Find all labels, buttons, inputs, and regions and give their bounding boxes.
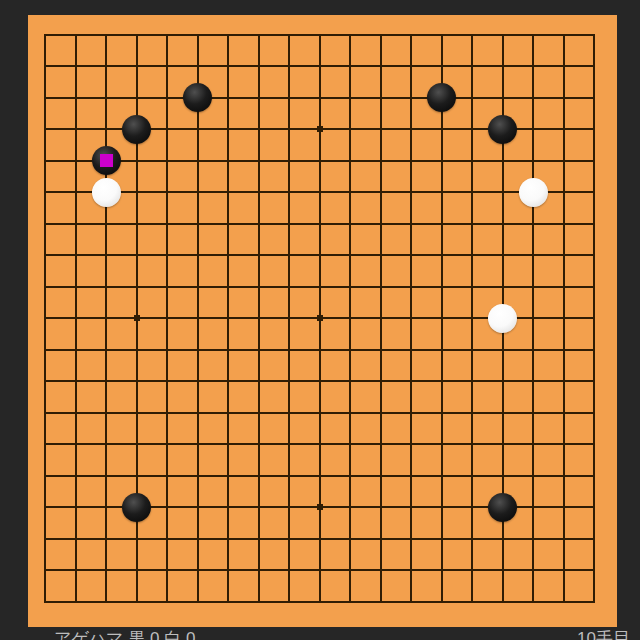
board-intersection[interactable]: [213, 460, 244, 492]
board-intersection[interactable]: [579, 240, 610, 272]
board-intersection[interactable]: [183, 177, 214, 209]
board-intersection[interactable]: [518, 51, 549, 83]
board-intersection[interactable]: [396, 523, 427, 555]
board-intersection[interactable]: [366, 429, 397, 461]
board-intersection[interactable]: [183, 523, 214, 555]
board-intersection[interactable]: [305, 51, 336, 83]
board-intersection[interactable]: [427, 334, 458, 366]
board-intersection[interactable]: [152, 114, 183, 146]
board-intersection[interactable]: [518, 460, 549, 492]
board-intersection[interactable]: [457, 460, 488, 492]
board-intersection[interactable]: [457, 208, 488, 240]
board-intersection[interactable]: [152, 492, 183, 524]
board-intersection[interactable]: [122, 19, 153, 51]
board-intersection[interactable]: [91, 19, 122, 51]
board-intersection[interactable]: [244, 51, 275, 83]
board-intersection[interactable]: [549, 240, 580, 272]
board-intersection[interactable]: [305, 586, 336, 618]
board-intersection[interactable]: [396, 586, 427, 618]
board-intersection[interactable]: [427, 145, 458, 177]
board-intersection[interactable]: [488, 145, 519, 177]
board-intersection[interactable]: [122, 177, 153, 209]
board-intersection[interactable]: [488, 460, 519, 492]
board-intersection[interactable]: [244, 586, 275, 618]
board-intersection[interactable]: [396, 492, 427, 524]
board-intersection[interactable]: [579, 145, 610, 177]
board-intersection[interactable]: [549, 492, 580, 524]
board-intersection[interactable]: [488, 19, 519, 51]
board-intersection[interactable]: [305, 334, 336, 366]
board-intersection[interactable]: [30, 19, 61, 51]
board-intersection[interactable]: [579, 271, 610, 303]
board-intersection[interactable]: [91, 397, 122, 429]
board-intersection[interactable]: [549, 271, 580, 303]
board-intersection[interactable]: [244, 240, 275, 272]
board-intersection[interactable]: [305, 555, 336, 587]
board-intersection[interactable]: [427, 397, 458, 429]
board-intersection[interactable]: [91, 303, 122, 335]
board-intersection[interactable]: [122, 492, 153, 524]
board-intersection[interactable]: [579, 460, 610, 492]
board-intersection[interactable]: [30, 523, 61, 555]
board-intersection[interactable]: [427, 208, 458, 240]
board-intersection[interactable]: [91, 240, 122, 272]
board-intersection[interactable]: [122, 429, 153, 461]
board-intersection[interactable]: [61, 114, 92, 146]
board-intersection[interactable]: [518, 586, 549, 618]
board-intersection[interactable]: [30, 51, 61, 83]
board-intersection[interactable]: [213, 177, 244, 209]
board-intersection[interactable]: [457, 429, 488, 461]
board-intersection[interactable]: [213, 271, 244, 303]
board-intersection[interactable]: [335, 51, 366, 83]
board-intersection[interactable]: [61, 177, 92, 209]
board-intersection[interactable]: [183, 460, 214, 492]
board-intersection[interactable]: [427, 586, 458, 618]
board-intersection[interactable]: [152, 460, 183, 492]
board-intersection[interactable]: [91, 460, 122, 492]
board-intersection[interactable]: [274, 334, 305, 366]
board-intersection[interactable]: [91, 271, 122, 303]
board-intersection[interactable]: [488, 303, 519, 335]
board-intersection[interactable]: [274, 492, 305, 524]
board-intersection[interactable]: [61, 492, 92, 524]
board-intersection[interactable]: [122, 145, 153, 177]
board-intersection[interactable]: [366, 145, 397, 177]
board-intersection[interactable]: [427, 492, 458, 524]
board-intersection[interactable]: [335, 19, 366, 51]
board-intersection[interactable]: [152, 555, 183, 587]
board-intersection[interactable]: [335, 586, 366, 618]
board-intersection[interactable]: [152, 82, 183, 114]
board-intersection[interactable]: [549, 114, 580, 146]
board-intersection[interactable]: [427, 366, 458, 398]
board-intersection[interactable]: [122, 334, 153, 366]
board-intersection[interactable]: [244, 555, 275, 587]
board-intersection[interactable]: [579, 51, 610, 83]
board-intersection[interactable]: [579, 555, 610, 587]
board-intersection[interactable]: [427, 82, 458, 114]
board-intersection[interactable]: [335, 397, 366, 429]
board-intersection[interactable]: [244, 114, 275, 146]
board-intersection[interactable]: [122, 208, 153, 240]
board-intersection[interactable]: [579, 586, 610, 618]
board-intersection[interactable]: [335, 334, 366, 366]
board-intersection[interactable]: [30, 334, 61, 366]
board-intersection[interactable]: [274, 19, 305, 51]
board-intersection[interactable]: [213, 145, 244, 177]
board-intersection[interactable]: [549, 19, 580, 51]
board-intersection[interactable]: [366, 82, 397, 114]
board-intersection[interactable]: [305, 19, 336, 51]
board-intersection[interactable]: [335, 114, 366, 146]
board-intersection[interactable]: [152, 271, 183, 303]
board-intersection[interactable]: [305, 523, 336, 555]
board-intersection[interactable]: [488, 523, 519, 555]
board-intersection[interactable]: [549, 586, 580, 618]
board-intersection[interactable]: [488, 177, 519, 209]
board-intersection[interactable]: [488, 208, 519, 240]
board-intersection[interactable]: [305, 271, 336, 303]
board-intersection[interactable]: [396, 334, 427, 366]
board-intersection[interactable]: [427, 240, 458, 272]
board-intersection[interactable]: [396, 397, 427, 429]
board-intersection[interactable]: [122, 523, 153, 555]
board-intersection[interactable]: [30, 586, 61, 618]
board-intersection[interactable]: [366, 51, 397, 83]
board-intersection[interactable]: [518, 114, 549, 146]
board-intersection[interactable]: [91, 523, 122, 555]
board-intersection[interactable]: [213, 586, 244, 618]
board-intersection[interactable]: [152, 397, 183, 429]
board-intersection[interactable]: [427, 523, 458, 555]
board-intersection[interactable]: [61, 334, 92, 366]
board-intersection[interactable]: [427, 114, 458, 146]
board-intersection[interactable]: [488, 555, 519, 587]
board-intersection[interactable]: [274, 429, 305, 461]
board-intersection[interactable]: [213, 523, 244, 555]
board-intersection[interactable]: [213, 492, 244, 524]
board-intersection[interactable]: [244, 145, 275, 177]
board-intersection[interactable]: [274, 586, 305, 618]
board-intersection[interactable]: [396, 271, 427, 303]
board-intersection[interactable]: [274, 397, 305, 429]
board-intersection[interactable]: [366, 492, 397, 524]
board-intersection[interactable]: [91, 114, 122, 146]
board-intersection[interactable]: [213, 334, 244, 366]
board-intersection[interactable]: [396, 51, 427, 83]
board-intersection[interactable]: [396, 460, 427, 492]
board-intersection[interactable]: [457, 586, 488, 618]
board-intersection[interactable]: [549, 397, 580, 429]
board-intersection[interactable]: [91, 366, 122, 398]
board-intersection[interactable]: [213, 51, 244, 83]
board-intersection[interactable]: [30, 177, 61, 209]
board-intersection[interactable]: [518, 208, 549, 240]
board-intersection[interactable]: [427, 271, 458, 303]
board-intersection[interactable]: [518, 523, 549, 555]
board-intersection[interactable]: [213, 303, 244, 335]
board-intersection[interactable]: [244, 366, 275, 398]
board-intersection[interactable]: [396, 366, 427, 398]
board-intersection[interactable]: [335, 271, 366, 303]
board-intersection[interactable]: [61, 586, 92, 618]
board-intersection[interactable]: [518, 555, 549, 587]
board-intersection[interactable]: [488, 397, 519, 429]
board-intersection[interactable]: [61, 555, 92, 587]
board-intersection[interactable]: [61, 460, 92, 492]
board-intersection[interactable]: [183, 208, 214, 240]
board-intersection[interactable]: [30, 271, 61, 303]
board-intersection[interactable]: [457, 397, 488, 429]
board-intersection[interactable]: [152, 177, 183, 209]
board-intersection[interactable]: [396, 208, 427, 240]
board-intersection[interactable]: [122, 366, 153, 398]
board-intersection[interactable]: [549, 51, 580, 83]
board-intersection[interactable]: [488, 271, 519, 303]
board-intersection[interactable]: [457, 51, 488, 83]
board-intersection[interactable]: [457, 145, 488, 177]
board-intersection[interactable]: [518, 82, 549, 114]
board-intersection[interactable]: [244, 523, 275, 555]
board-intersection[interactable]: [396, 82, 427, 114]
board-intersection[interactable]: [152, 240, 183, 272]
board-intersection[interactable]: [91, 492, 122, 524]
board-intersection[interactable]: [122, 240, 153, 272]
board-intersection[interactable]: [152, 366, 183, 398]
board-intersection[interactable]: [213, 397, 244, 429]
board-intersection[interactable]: [366, 523, 397, 555]
board-intersection[interactable]: [335, 303, 366, 335]
board-intersection[interactable]: [488, 586, 519, 618]
board-intersection[interactable]: [213, 82, 244, 114]
board-intersection[interactable]: [274, 177, 305, 209]
board-intersection[interactable]: [122, 303, 153, 335]
board-intersection[interactable]: [579, 492, 610, 524]
board-intersection[interactable]: [366, 555, 397, 587]
board-intersection[interactable]: [579, 303, 610, 335]
board-intersection[interactable]: [549, 334, 580, 366]
board-intersection[interactable]: [183, 51, 214, 83]
board-intersection[interactable]: [457, 555, 488, 587]
board-intersection[interactable]: [579, 523, 610, 555]
board-intersection[interactable]: [274, 51, 305, 83]
board-intersection[interactable]: [579, 208, 610, 240]
board-intersection[interactable]: [579, 177, 610, 209]
board-intersection[interactable]: [305, 303, 336, 335]
board-intersection[interactable]: [152, 51, 183, 83]
board-intersection[interactable]: [335, 555, 366, 587]
board-intersection[interactable]: [61, 240, 92, 272]
board-intersection[interactable]: [549, 429, 580, 461]
board-intersection[interactable]: [488, 334, 519, 366]
board-intersection[interactable]: [152, 208, 183, 240]
board-intersection[interactable]: [274, 271, 305, 303]
board-intersection[interactable]: [579, 397, 610, 429]
board-intersection[interactable]: [30, 492, 61, 524]
board-intersection[interactable]: [183, 334, 214, 366]
board-intersection[interactable]: [549, 177, 580, 209]
board-intersection[interactable]: [488, 429, 519, 461]
board-intersection[interactable]: [274, 145, 305, 177]
board-intersection[interactable]: [305, 114, 336, 146]
board-intersection[interactable]: [396, 145, 427, 177]
board-intersection[interactable]: [122, 82, 153, 114]
board-intersection[interactable]: [30, 366, 61, 398]
board-intersection[interactable]: [244, 429, 275, 461]
board-intersection[interactable]: [549, 82, 580, 114]
board-intersection[interactable]: [183, 492, 214, 524]
board-intersection[interactable]: [91, 334, 122, 366]
board-intersection[interactable]: [274, 460, 305, 492]
board-intersection[interactable]: [366, 397, 397, 429]
board-intersection[interactable]: [427, 177, 458, 209]
board-intersection[interactable]: [152, 429, 183, 461]
board-intersection[interactable]: [61, 366, 92, 398]
board-intersection[interactable]: [305, 429, 336, 461]
board-intersection[interactable]: [183, 240, 214, 272]
board-intersection[interactable]: [91, 586, 122, 618]
board-intersection[interactable]: [335, 366, 366, 398]
board-intersection[interactable]: [152, 303, 183, 335]
board-intersection[interactable]: [457, 240, 488, 272]
board-intersection[interactable]: [488, 366, 519, 398]
board-intersection[interactable]: [244, 460, 275, 492]
board-intersection[interactable]: [457, 366, 488, 398]
board-intersection[interactable]: [244, 334, 275, 366]
board-intersection[interactable]: [579, 366, 610, 398]
board-intersection[interactable]: [579, 82, 610, 114]
board-intersection[interactable]: [213, 240, 244, 272]
board-intersection[interactable]: [30, 429, 61, 461]
board-intersection[interactable]: [305, 177, 336, 209]
board-intersection[interactable]: [457, 82, 488, 114]
board-intersection[interactable]: [305, 145, 336, 177]
board-intersection[interactable]: [518, 177, 549, 209]
board-intersection[interactable]: [579, 334, 610, 366]
board-intersection[interactable]: [396, 429, 427, 461]
board-intersection[interactable]: [152, 523, 183, 555]
board-intersection[interactable]: [61, 429, 92, 461]
board-intersection[interactable]: [183, 397, 214, 429]
board-intersection[interactable]: [305, 366, 336, 398]
board-intersection[interactable]: [396, 240, 427, 272]
board-intersection[interactable]: [244, 19, 275, 51]
board-intersection[interactable]: [274, 208, 305, 240]
board-intersection[interactable]: [274, 366, 305, 398]
board-intersection[interactable]: [91, 177, 122, 209]
board-intersection[interactable]: [244, 397, 275, 429]
board-intersection[interactable]: [335, 145, 366, 177]
board-intersection[interactable]: [488, 240, 519, 272]
board-intersection[interactable]: [30, 397, 61, 429]
board-intersection[interactable]: [305, 397, 336, 429]
board-intersection[interactable]: [305, 208, 336, 240]
board-intersection[interactable]: [579, 429, 610, 461]
board-intersection[interactable]: [183, 271, 214, 303]
board-intersection[interactable]: [274, 555, 305, 587]
board-intersection[interactable]: [152, 586, 183, 618]
board-intersection[interactable]: [183, 82, 214, 114]
board-intersection[interactable]: [457, 177, 488, 209]
board-intersection[interactable]: [244, 492, 275, 524]
board-intersection[interactable]: [427, 303, 458, 335]
board-intersection[interactable]: [91, 51, 122, 83]
board-intersection[interactable]: [518, 397, 549, 429]
board-intersection[interactable]: [518, 492, 549, 524]
board-intersection[interactable]: [366, 460, 397, 492]
board-intersection[interactable]: [213, 114, 244, 146]
board-intersection[interactable]: [549, 208, 580, 240]
board-intersection[interactable]: [305, 492, 336, 524]
board-intersection[interactable]: [183, 555, 214, 587]
board-intersection[interactable]: [122, 586, 153, 618]
board-intersection[interactable]: [518, 303, 549, 335]
board-intersection[interactable]: [61, 271, 92, 303]
board-intersection[interactable]: [488, 492, 519, 524]
board-intersection[interactable]: [518, 366, 549, 398]
board-intersection[interactable]: [427, 429, 458, 461]
board-intersection[interactable]: [122, 397, 153, 429]
board-intersection[interactable]: [61, 303, 92, 335]
board-intersection[interactable]: [366, 208, 397, 240]
board-intersection[interactable]: [213, 366, 244, 398]
board-intersection[interactable]: [457, 19, 488, 51]
board-intersection[interactable]: [274, 114, 305, 146]
board-intersection[interactable]: [91, 145, 122, 177]
board-intersection[interactable]: [122, 555, 153, 587]
board-intersection[interactable]: [427, 51, 458, 83]
board-intersection[interactable]: [91, 429, 122, 461]
board-intersection[interactable]: [488, 114, 519, 146]
board-intersection[interactable]: [30, 145, 61, 177]
board-intersection[interactable]: [61, 397, 92, 429]
board-intersection[interactable]: [335, 240, 366, 272]
board-intersection[interactable]: [213, 555, 244, 587]
board-intersection[interactable]: [30, 240, 61, 272]
board-intersection[interactable]: [30, 303, 61, 335]
board-intersection[interactable]: [457, 334, 488, 366]
board-intersection[interactable]: [579, 19, 610, 51]
board-intersection[interactable]: [366, 586, 397, 618]
board-intersection[interactable]: [61, 51, 92, 83]
board-intersection[interactable]: [579, 114, 610, 146]
board-intersection[interactable]: [183, 114, 214, 146]
board-intersection[interactable]: [122, 460, 153, 492]
board-intersection[interactable]: [183, 303, 214, 335]
board-intersection[interactable]: [61, 208, 92, 240]
board-intersection[interactable]: [122, 114, 153, 146]
board-intersection[interactable]: [396, 555, 427, 587]
board-intersection[interactable]: [457, 271, 488, 303]
board-intersection[interactable]: [213, 19, 244, 51]
board-intersection[interactable]: [152, 334, 183, 366]
board-intersection[interactable]: [183, 19, 214, 51]
board-intersection[interactable]: [213, 208, 244, 240]
board-intersection[interactable]: [366, 366, 397, 398]
board-intersection[interactable]: [152, 145, 183, 177]
board-intersection[interactable]: [305, 460, 336, 492]
board-intersection[interactable]: [213, 429, 244, 461]
board-intersection[interactable]: [335, 523, 366, 555]
board-intersection[interactable]: [244, 82, 275, 114]
board-intersection[interactable]: [549, 555, 580, 587]
board-intersection[interactable]: [518, 271, 549, 303]
board-intersection[interactable]: [427, 19, 458, 51]
board-intersection[interactable]: [457, 303, 488, 335]
board-intersection[interactable]: [457, 114, 488, 146]
board-intersection[interactable]: [366, 177, 397, 209]
